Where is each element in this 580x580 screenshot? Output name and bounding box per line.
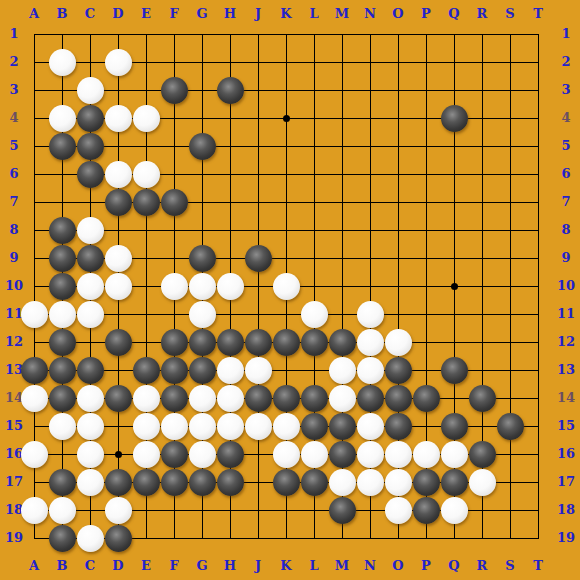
stone-black (273, 329, 300, 356)
coordinate-label: 1 (0, 20, 28, 48)
coordinate-label: 17 (0, 468, 28, 496)
coordinate-label: 8 (0, 216, 28, 244)
stone-white (189, 441, 216, 468)
coordinate-label: 19 (0, 524, 28, 552)
coordinate-label: 12 (552, 328, 580, 356)
coordinate-label: J (244, 552, 272, 580)
stone-white (385, 497, 412, 524)
stone-white (133, 413, 160, 440)
coordinate-label: 12 (0, 328, 28, 356)
stone-black (441, 413, 468, 440)
hoshi-point (451, 283, 458, 290)
stone-white (77, 441, 104, 468)
coordinate-label: 2 (0, 48, 28, 76)
coordinate-label: 2 (552, 48, 580, 76)
coordinate-label: N (356, 0, 384, 28)
stone-white (441, 441, 468, 468)
stone-white (329, 385, 356, 412)
coordinate-label: 7 (552, 188, 580, 216)
stone-black (49, 357, 76, 384)
stone-black (189, 329, 216, 356)
coordinate-label: M (328, 0, 356, 28)
stone-white (77, 77, 104, 104)
coordinate-label: 10 (0, 272, 28, 300)
coordinate-label: G (188, 552, 216, 580)
stone-white (49, 301, 76, 328)
stone-black (105, 329, 132, 356)
stone-black (77, 245, 104, 272)
stone-white (217, 357, 244, 384)
coordinate-label: 19 (552, 524, 580, 552)
stone-white (21, 301, 48, 328)
stone-black (217, 77, 244, 104)
stone-white (357, 413, 384, 440)
stone-white (77, 273, 104, 300)
coordinate-label: Q (440, 552, 468, 580)
stone-white (161, 273, 188, 300)
stone-black (329, 441, 356, 468)
coordinate-label: 14 (552, 384, 580, 412)
stone-black (189, 133, 216, 160)
coordinate-label: B (48, 552, 76, 580)
stone-black (133, 469, 160, 496)
coordinate-label: 6 (552, 160, 580, 188)
coordinate-label: B (48, 0, 76, 28)
stone-black (161, 385, 188, 412)
stone-white (413, 441, 440, 468)
stone-black (189, 245, 216, 272)
stone-black (189, 357, 216, 384)
coordinate-label: 5 (0, 132, 28, 160)
coordinate-label: 4 (0, 104, 28, 132)
coordinate-label: L (300, 0, 328, 28)
coordinate-label: S (496, 0, 524, 28)
stone-white (161, 413, 188, 440)
coordinate-label: F (160, 0, 188, 28)
stone-black (217, 329, 244, 356)
stone-black (301, 385, 328, 412)
stone-white (49, 497, 76, 524)
stone-white (105, 105, 132, 132)
stone-white (49, 413, 76, 440)
coordinate-label: O (384, 0, 412, 28)
stone-black (161, 441, 188, 468)
stone-black (161, 469, 188, 496)
stone-black (385, 357, 412, 384)
stone-white (105, 161, 132, 188)
stone-white (357, 329, 384, 356)
stone-white (77, 301, 104, 328)
stone-black (273, 385, 300, 412)
stone-black (469, 385, 496, 412)
coordinate-label: E (132, 0, 160, 28)
stone-black (413, 497, 440, 524)
stone-black (301, 469, 328, 496)
stone-black (105, 469, 132, 496)
stone-black (357, 385, 384, 412)
stone-black (385, 385, 412, 412)
coordinate-label: 9 (0, 244, 28, 272)
stone-white (441, 497, 468, 524)
stone-white (217, 413, 244, 440)
stone-white (77, 469, 104, 496)
stone-white (49, 105, 76, 132)
hoshi-point (283, 115, 290, 122)
stone-black (469, 441, 496, 468)
coordinate-label: 4 (552, 104, 580, 132)
coordinate-label: 5 (552, 132, 580, 160)
coordinate-label: M (328, 552, 356, 580)
stone-white (77, 413, 104, 440)
stone-black (273, 469, 300, 496)
stone-black (329, 413, 356, 440)
stone-black (49, 245, 76, 272)
stone-white (245, 357, 272, 384)
stone-black (413, 469, 440, 496)
stone-black (77, 133, 104, 160)
coordinate-label: D (104, 0, 132, 28)
stone-black (161, 189, 188, 216)
stone-white (189, 273, 216, 300)
stone-black (49, 385, 76, 412)
stone-white (133, 161, 160, 188)
stone-white (77, 525, 104, 552)
stone-white (245, 413, 272, 440)
stone-black (105, 525, 132, 552)
stone-white (217, 385, 244, 412)
stone-white (385, 469, 412, 496)
stone-white (357, 357, 384, 384)
stone-white (273, 273, 300, 300)
stone-white (301, 301, 328, 328)
stone-black (77, 357, 104, 384)
coordinate-label: C (76, 552, 104, 580)
stone-white (357, 441, 384, 468)
stone-white (385, 441, 412, 468)
coordinate-label: D (104, 552, 132, 580)
coordinate-label: J (244, 0, 272, 28)
stone-black (245, 329, 272, 356)
coordinate-label: T (524, 552, 552, 580)
stone-black (133, 189, 160, 216)
stone-black (77, 105, 104, 132)
stone-white (273, 441, 300, 468)
stone-white (385, 329, 412, 356)
coordinate-label: 9 (552, 244, 580, 272)
coordinate-label: R (468, 0, 496, 28)
coordinate-label: O (384, 552, 412, 580)
stone-white (105, 49, 132, 76)
stone-black (49, 273, 76, 300)
go-board-app: ABCDEFGHJKLMNOPQRST ABCDEFGHJKLMNOPQRST … (0, 0, 580, 580)
stone-white (21, 385, 48, 412)
coordinate-label: 10 (552, 272, 580, 300)
stone-black (105, 189, 132, 216)
coordinate-label: 8 (552, 216, 580, 244)
stone-white (49, 49, 76, 76)
coordinate-label: 3 (552, 76, 580, 104)
stone-black (441, 105, 468, 132)
stone-black (49, 217, 76, 244)
coordinate-label: N (356, 552, 384, 580)
coordinate-label: 15 (0, 412, 28, 440)
stone-black (301, 413, 328, 440)
stone-black (329, 497, 356, 524)
stone-black (49, 329, 76, 356)
stone-black (217, 441, 244, 468)
stone-white (469, 469, 496, 496)
stone-white (105, 245, 132, 272)
coordinate-label: 15 (552, 412, 580, 440)
stone-black (49, 525, 76, 552)
stone-black (161, 77, 188, 104)
stone-black (497, 413, 524, 440)
coordinate-label: S (496, 552, 524, 580)
coordinate-label: T (524, 0, 552, 28)
stone-white (189, 413, 216, 440)
stone-black (329, 329, 356, 356)
coordinate-label: 11 (552, 300, 580, 328)
hoshi-point (115, 451, 122, 458)
stone-white (77, 385, 104, 412)
stone-white (21, 497, 48, 524)
coordinate-label: Q (440, 0, 468, 28)
stone-black (441, 357, 468, 384)
coordinate-label: 6 (0, 160, 28, 188)
coordinate-label: G (188, 0, 216, 28)
stone-white (21, 441, 48, 468)
stone-white (133, 385, 160, 412)
coordinate-label: 1 (552, 20, 580, 48)
stone-white (357, 469, 384, 496)
coordinate-label: 7 (0, 188, 28, 216)
stone-white (189, 385, 216, 412)
stone-black (385, 413, 412, 440)
coordinate-label: H (216, 0, 244, 28)
stone-black (217, 469, 244, 496)
coordinate-label: K (272, 0, 300, 28)
stone-black (189, 469, 216, 496)
stone-white (301, 441, 328, 468)
stone-white (273, 413, 300, 440)
stone-white (357, 301, 384, 328)
stone-black (413, 385, 440, 412)
stone-black (301, 329, 328, 356)
stone-white (133, 105, 160, 132)
stone-white (105, 273, 132, 300)
stone-black (77, 161, 104, 188)
stone-black (21, 357, 48, 384)
stone-white (189, 301, 216, 328)
coordinate-label: H (216, 552, 244, 580)
coordinate-label: 13 (552, 356, 580, 384)
stone-white (329, 357, 356, 384)
stone-black (49, 469, 76, 496)
coordinate-label: E (132, 552, 160, 580)
coordinate-label: K (272, 552, 300, 580)
coordinate-label: L (300, 552, 328, 580)
coordinate-label: 3 (0, 76, 28, 104)
coordinate-label: A (20, 552, 48, 580)
coordinate-label: F (160, 552, 188, 580)
stone-black (161, 357, 188, 384)
stone-black (245, 385, 272, 412)
coordinate-label: C (76, 0, 104, 28)
stone-black (133, 357, 160, 384)
coordinate-label: P (412, 552, 440, 580)
stone-white (133, 441, 160, 468)
stone-black (161, 329, 188, 356)
stone-black (441, 469, 468, 496)
stone-black (49, 133, 76, 160)
coordinate-label: P (412, 0, 440, 28)
stone-black (245, 245, 272, 272)
stone-white (105, 497, 132, 524)
coordinate-label: R (468, 552, 496, 580)
coordinate-label: 18 (552, 496, 580, 524)
stone-white (77, 217, 104, 244)
stone-white (217, 273, 244, 300)
coordinate-label: 17 (552, 468, 580, 496)
stone-black (105, 385, 132, 412)
coordinate-label: 16 (552, 440, 580, 468)
stone-white (329, 469, 356, 496)
